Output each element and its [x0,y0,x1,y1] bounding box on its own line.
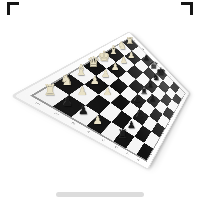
coordinate-label: e [172,116,174,118]
coordinate-label: 7 [176,82,178,84]
crop-mark-top-left-icon [7,2,19,15]
coordinate-label: g [180,102,182,104]
coordinate-label: 3 [150,56,152,58]
coordinate-label: d [168,124,170,127]
coordinate-label: 8 [182,88,184,90]
coordinate-label: 5 [102,139,107,143]
coordinate-label: b [157,143,160,146]
coordinate-label: 7 [127,153,131,156]
coordinate-label: 1 [35,102,43,107]
coordinate-label: 4 [157,63,159,65]
coordinate-label: 6 [170,76,172,78]
thumbnail-scrollbar [56,192,144,197]
crop-mark-top-right-icon [181,2,193,15]
coordinate-label: 3 [72,122,78,126]
coordinate-label: 5 [164,70,166,72]
chess-mat: a11b22c33d44e55f66g77h88 [10,31,189,170]
coordinate-label: 2 [55,113,62,117]
coordinate-label: 6 [115,146,119,150]
product-photo[interactable]: a11b22c33d44e55f66g77h88 ♜♞♝♟♟♚♟♛♛♟♚♝♟♞♞… [0,0,200,200]
chess-board [34,38,185,160]
coordinate-label: h [184,96,186,98]
coordinate-label: a [150,154,153,157]
coordinate-label: 4 [88,131,93,135]
coordinate-label: c [162,133,164,136]
coordinate-label: 8 [138,159,142,162]
coordinate-label: f [176,109,178,111]
